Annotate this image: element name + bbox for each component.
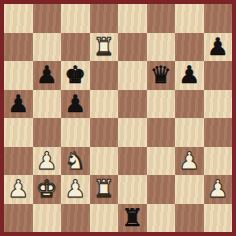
white-pawn: ♟ [7, 177, 29, 201]
square-b5[interactable] [33, 90, 62, 119]
square-c5[interactable]: ♟ [61, 90, 90, 119]
board-frame: ♜♟♟♚♛♟♟♟♟♞♟♟♚♟♜♟♜ [0, 0, 236, 236]
square-a8[interactable] [4, 4, 33, 33]
square-e6[interactable] [118, 61, 147, 90]
black-pawn: ♟ [207, 35, 229, 59]
square-e2[interactable] [118, 175, 147, 204]
black-pawn: ♟ [36, 63, 58, 87]
square-f8[interactable] [147, 4, 176, 33]
square-h1[interactable] [204, 204, 233, 233]
square-d6[interactable] [90, 61, 119, 90]
square-d4[interactable] [90, 118, 119, 147]
square-f2[interactable] [147, 175, 176, 204]
black-pawn: ♟ [7, 92, 29, 116]
square-f3[interactable] [147, 147, 176, 176]
white-king: ♚ [36, 177, 58, 201]
white-knight: ♞ [64, 149, 86, 173]
square-b6[interactable]: ♟ [33, 61, 62, 90]
white-pawn: ♟ [178, 149, 200, 173]
square-e1[interactable]: ♜ [118, 204, 147, 233]
square-d3[interactable] [90, 147, 119, 176]
square-a3[interactable] [4, 147, 33, 176]
square-b1[interactable] [33, 204, 62, 233]
square-g5[interactable] [175, 90, 204, 119]
square-a1[interactable] [4, 204, 33, 233]
square-c3[interactable]: ♞ [61, 147, 90, 176]
square-g6[interactable]: ♟ [175, 61, 204, 90]
square-c8[interactable] [61, 4, 90, 33]
black-king: ♚ [64, 63, 86, 87]
square-g3[interactable]: ♟ [175, 147, 204, 176]
square-g1[interactable] [175, 204, 204, 233]
black-pawn: ♟ [178, 63, 200, 87]
square-h3[interactable] [204, 147, 233, 176]
square-h7[interactable]: ♟ [204, 33, 233, 62]
square-a4[interactable] [4, 118, 33, 147]
white-rook: ♜ [93, 35, 115, 59]
square-b8[interactable] [33, 4, 62, 33]
square-h4[interactable] [204, 118, 233, 147]
square-c2[interactable]: ♟ [61, 175, 90, 204]
square-e3[interactable] [118, 147, 147, 176]
square-g4[interactable] [175, 118, 204, 147]
square-a2[interactable]: ♟ [4, 175, 33, 204]
square-c4[interactable] [61, 118, 90, 147]
white-pawn: ♟ [36, 149, 58, 173]
black-pawn: ♟ [64, 92, 86, 116]
square-g7[interactable] [175, 33, 204, 62]
square-e7[interactable] [118, 33, 147, 62]
square-d7[interactable]: ♜ [90, 33, 119, 62]
square-g2[interactable] [175, 175, 204, 204]
black-rook: ♜ [121, 206, 143, 230]
square-b7[interactable] [33, 33, 62, 62]
square-a7[interactable] [4, 33, 33, 62]
square-f7[interactable] [147, 33, 176, 62]
white-pawn: ♟ [64, 177, 86, 201]
square-d8[interactable] [90, 4, 119, 33]
square-h8[interactable] [204, 4, 233, 33]
square-c6[interactable]: ♚ [61, 61, 90, 90]
white-rook: ♜ [93, 177, 115, 201]
square-c7[interactable] [61, 33, 90, 62]
square-f6[interactable]: ♛ [147, 61, 176, 90]
square-f1[interactable] [147, 204, 176, 233]
square-e5[interactable] [118, 90, 147, 119]
square-f5[interactable] [147, 90, 176, 119]
square-b3[interactable]: ♟ [33, 147, 62, 176]
white-pawn: ♟ [207, 177, 229, 201]
square-h2[interactable]: ♟ [204, 175, 233, 204]
square-a5[interactable]: ♟ [4, 90, 33, 119]
square-c1[interactable] [61, 204, 90, 233]
square-b4[interactable] [33, 118, 62, 147]
square-f4[interactable] [147, 118, 176, 147]
square-h5[interactable] [204, 90, 233, 119]
square-e8[interactable] [118, 4, 147, 33]
square-b2[interactable]: ♚ [33, 175, 62, 204]
square-a6[interactable] [4, 61, 33, 90]
square-h6[interactable] [204, 61, 233, 90]
chess-board: ♜♟♟♚♛♟♟♟♟♞♟♟♚♟♜♟♜ [4, 4, 232, 232]
black-queen: ♛ [150, 63, 172, 87]
square-d5[interactable] [90, 90, 119, 119]
square-d1[interactable] [90, 204, 119, 233]
square-g8[interactable] [175, 4, 204, 33]
square-e4[interactable] [118, 118, 147, 147]
square-d2[interactable]: ♜ [90, 175, 119, 204]
